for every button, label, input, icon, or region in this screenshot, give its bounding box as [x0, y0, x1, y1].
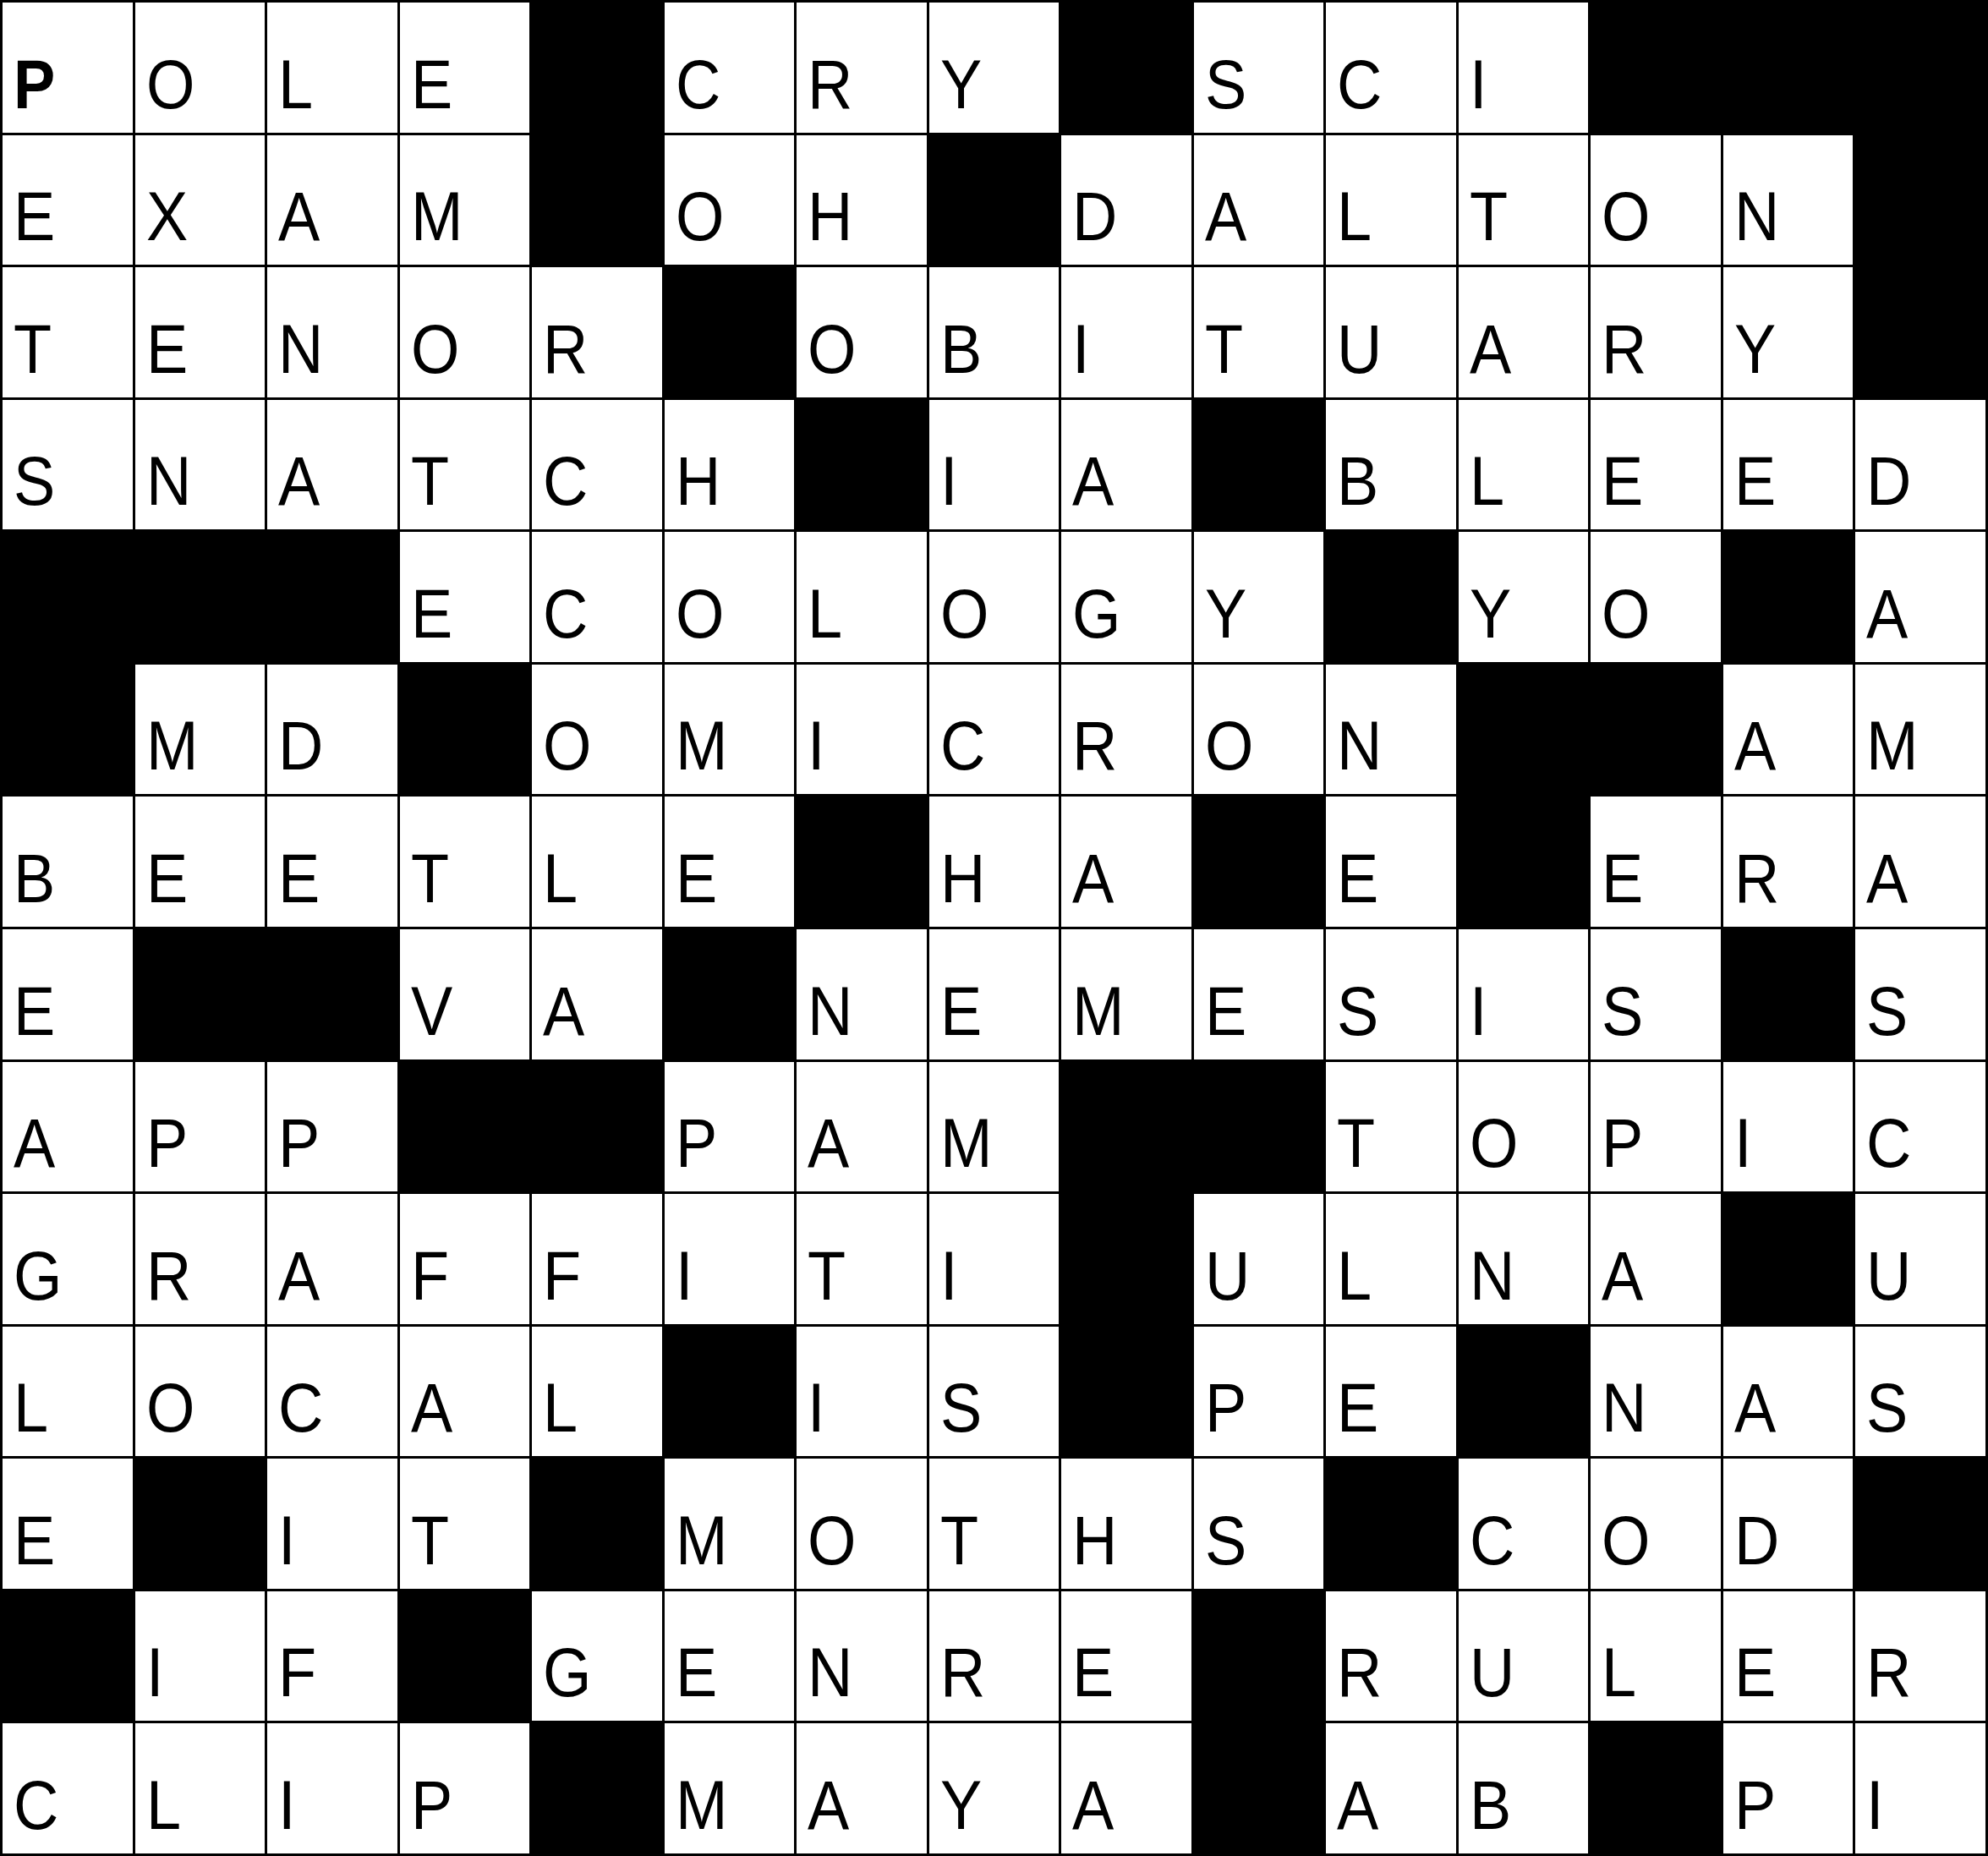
- letter-cell[interactable]: A: [1061, 1723, 1191, 1853]
- cell-letter: O: [543, 711, 591, 780]
- cell-letter: O: [1602, 182, 1650, 251]
- letter-cell[interactable]: D: [1855, 400, 1985, 530]
- letter-cell[interactable]: S: [3, 400, 133, 530]
- cell-letter: S: [940, 1373, 982, 1443]
- letter-cell[interactable]: I: [797, 1327, 927, 1457]
- black-cell: [1591, 3, 1721, 133]
- letter-cell[interactable]: S: [1591, 929, 1721, 1059]
- cell-letter: P: [1734, 1771, 1776, 1840]
- letter-cell[interactable]: L: [1326, 135, 1456, 266]
- letter-cell[interactable]: N: [1459, 1194, 1589, 1324]
- letter-cell[interactable]: P: [3, 3, 133, 133]
- cell-letter: T: [940, 1506, 978, 1575]
- cell-letter: L: [146, 1771, 181, 1840]
- letter-cell[interactable]: C: [532, 400, 662, 530]
- cell-letter: O: [1602, 579, 1650, 649]
- cell-letter: I: [1866, 1771, 1884, 1840]
- letter-cell[interactable]: L: [532, 1327, 662, 1457]
- cell-letter: S: [14, 446, 55, 516]
- cell-letter: M: [1072, 977, 1124, 1046]
- cell-letter: B: [940, 315, 982, 384]
- letter-cell[interactable]: I: [797, 665, 927, 795]
- letter-cell[interactable]: A: [1061, 797, 1191, 927]
- cell-letter: A: [1734, 1373, 1776, 1443]
- letter-cell[interactable]: O: [797, 267, 927, 397]
- letter-cell[interactable]: Y: [929, 3, 1060, 133]
- letter-cell[interactable]: E: [267, 797, 397, 927]
- black-cell: [1194, 1723, 1324, 1853]
- letter-cell[interactable]: L: [797, 532, 927, 662]
- letter-cell[interactable]: F: [400, 1194, 530, 1324]
- black-cell: [3, 1591, 133, 1722]
- black-cell: [929, 135, 1060, 266]
- letter-cell[interactable]: O: [532, 665, 662, 795]
- cell-letter: M: [940, 1109, 992, 1178]
- cell-letter: R: [1602, 315, 1646, 384]
- cell-letter: O: [1470, 1109, 1518, 1178]
- letter-cell[interactable]: A: [267, 1194, 397, 1324]
- letter-cell[interactable]: R: [1855, 1591, 1985, 1722]
- cell-letter: Y: [1470, 579, 1511, 649]
- letter-cell[interactable]: R: [135, 1194, 266, 1324]
- letter-cell[interactable]: O: [1459, 1062, 1589, 1192]
- black-cell: [1194, 797, 1324, 927]
- letter-cell[interactable]: A: [797, 1062, 927, 1192]
- crossword-grid: POLECRYSCIEXAMOHDALTONTENOROBITUARYSNATC…: [0, 0, 1988, 1856]
- cell-letter: L: [543, 1373, 578, 1443]
- black-cell: [532, 3, 662, 133]
- letter-cell[interactable]: I: [267, 1459, 397, 1589]
- letter-cell[interactable]: A: [797, 1723, 927, 1853]
- letter-cell[interactable]: E: [1326, 797, 1456, 927]
- letter-cell[interactable]: A: [1855, 797, 1985, 927]
- letter-cell[interactable]: H: [929, 797, 1060, 927]
- letter-cell[interactable]: F: [532, 1194, 662, 1324]
- letter-cell[interactable]: I: [1061, 267, 1191, 397]
- cell-letter: I: [1470, 977, 1487, 1046]
- cell-letter: M: [676, 711, 727, 780]
- letter-cell[interactable]: I: [1459, 3, 1589, 133]
- letter-cell[interactable]: S: [1326, 929, 1456, 1059]
- cell-letter: L: [1470, 446, 1504, 516]
- black-cell: [267, 929, 397, 1059]
- letter-cell[interactable]: N: [1591, 1327, 1721, 1457]
- cell-letter: X: [146, 182, 188, 251]
- cell-letter: S: [1602, 977, 1643, 1046]
- cell-letter: E: [1734, 1638, 1776, 1707]
- cell-letter: B: [14, 844, 55, 913]
- letter-cell[interactable]: M: [665, 665, 795, 795]
- letter-cell[interactable]: X: [135, 135, 266, 266]
- letter-cell[interactable]: A: [1723, 665, 1854, 795]
- cell-letter: S: [1866, 1373, 1908, 1443]
- letter-cell[interactable]: M: [400, 135, 530, 266]
- letter-cell[interactable]: O: [665, 532, 795, 662]
- letter-cell[interactable]: O: [797, 1459, 927, 1589]
- letter-cell[interactable]: L: [267, 3, 397, 133]
- letter-cell[interactable]: L: [135, 1723, 266, 1853]
- letter-cell[interactable]: O: [665, 135, 795, 266]
- cell-letter: C: [543, 579, 588, 649]
- letter-cell[interactable]: C: [929, 665, 1060, 795]
- letter-cell[interactable]: E: [3, 135, 133, 266]
- letter-cell[interactable]: E: [1591, 797, 1721, 927]
- cell-letter: O: [676, 182, 724, 251]
- letter-cell[interactable]: H: [797, 135, 927, 266]
- letter-cell[interactable]: N: [797, 929, 927, 1059]
- black-cell: [1459, 797, 1589, 927]
- cell-letter: E: [1072, 1638, 1114, 1707]
- letter-cell[interactable]: S: [1855, 1327, 1985, 1457]
- cell-letter: O: [676, 579, 724, 649]
- black-cell: [1061, 1327, 1191, 1457]
- letter-cell[interactable]: A: [1326, 1723, 1456, 1853]
- letter-cell[interactable]: M: [929, 1062, 1060, 1192]
- letter-cell[interactable]: R: [1591, 267, 1721, 397]
- cell-letter: E: [676, 844, 717, 913]
- cell-letter: C: [1337, 50, 1382, 119]
- letter-cell[interactable]: C: [1459, 1459, 1589, 1589]
- letter-cell[interactable]: A: [3, 1062, 133, 1192]
- cell-letter: E: [676, 1638, 717, 1707]
- letter-cell[interactable]: F: [267, 1591, 397, 1722]
- cell-letter: A: [1072, 1771, 1114, 1840]
- black-cell: [665, 929, 795, 1059]
- letter-cell[interactable]: N: [1723, 135, 1854, 266]
- cell-letter: C: [1470, 1506, 1514, 1575]
- letter-cell[interactable]: E: [3, 1459, 133, 1589]
- letter-cell[interactable]: N: [267, 267, 397, 397]
- black-cell: [1723, 532, 1854, 662]
- letter-cell[interactable]: I: [929, 1194, 1060, 1324]
- letter-cell[interactable]: C: [1326, 3, 1456, 133]
- letter-cell[interactable]: E: [135, 797, 266, 927]
- letter-cell[interactable]: L: [3, 1327, 133, 1457]
- letter-cell[interactable]: I: [1855, 1723, 1985, 1853]
- letter-cell[interactable]: U: [1855, 1194, 1985, 1324]
- cell-letter: P: [676, 1109, 717, 1178]
- letter-cell[interactable]: A: [267, 135, 397, 266]
- cell-letter: B: [1470, 1771, 1511, 1840]
- cell-letter: R: [1734, 844, 1779, 913]
- letter-cell[interactable]: L: [1591, 1591, 1721, 1722]
- letter-cell[interactable]: A: [267, 400, 397, 530]
- cell-letter: I: [940, 446, 958, 516]
- cell-letter: E: [14, 1506, 55, 1575]
- cell-letter: A: [543, 977, 584, 1046]
- black-cell: [1591, 1723, 1721, 1853]
- cell-letter: M: [1866, 711, 1918, 780]
- black-cell: [532, 1459, 662, 1589]
- letter-cell[interactable]: P: [1194, 1327, 1324, 1457]
- black-cell: [1194, 400, 1324, 530]
- cell-letter: C: [543, 446, 588, 516]
- cell-letter: N: [808, 1638, 852, 1707]
- letter-cell[interactable]: L: [1459, 400, 1589, 530]
- cell-letter: R: [146, 1241, 191, 1311]
- letter-cell[interactable]: E: [1591, 400, 1721, 530]
- letter-cell[interactable]: M: [135, 665, 266, 795]
- cell-letter: H: [940, 844, 985, 913]
- cell-letter: E: [14, 182, 55, 251]
- letter-cell[interactable]: H: [665, 400, 795, 530]
- black-cell: [665, 267, 795, 397]
- letter-cell[interactable]: B: [3, 797, 133, 927]
- letter-cell[interactable]: M: [1855, 665, 1985, 795]
- letter-cell[interactable]: E: [3, 929, 133, 1059]
- letter-cell[interactable]: P: [400, 1723, 530, 1853]
- letter-cell[interactable]: T: [1459, 135, 1589, 266]
- letter-cell[interactable]: E: [400, 532, 530, 662]
- cell-letter: L: [1337, 182, 1372, 251]
- letter-cell[interactable]: P: [1591, 1062, 1721, 1192]
- cell-letter: L: [808, 579, 842, 649]
- cell-letter: O: [940, 579, 989, 649]
- letter-cell[interactable]: E: [929, 929, 1060, 1059]
- letter-cell[interactable]: T: [400, 400, 530, 530]
- letter-cell[interactable]: O: [1194, 665, 1324, 795]
- letter-cell[interactable]: S: [1194, 1459, 1324, 1589]
- letter-cell[interactable]: L: [1326, 1194, 1456, 1324]
- letter-cell[interactable]: C: [3, 1723, 133, 1853]
- cell-letter: I: [808, 711, 825, 780]
- cell-letter: N: [1602, 1373, 1646, 1443]
- letter-cell[interactable]: M: [665, 1723, 795, 1853]
- letter-cell[interactable]: E: [1723, 400, 1854, 530]
- letter-cell[interactable]: T: [1194, 267, 1324, 397]
- letter-cell[interactable]: P: [135, 1062, 266, 1192]
- cell-letter: R: [543, 315, 588, 384]
- cell-letter: C: [278, 1373, 323, 1443]
- letter-cell[interactable]: R: [1061, 665, 1191, 795]
- cell-letter: E: [278, 844, 320, 913]
- letter-cell[interactable]: T: [1326, 1062, 1456, 1192]
- letter-cell[interactable]: B: [929, 267, 1060, 397]
- letter-cell[interactable]: A: [1723, 1327, 1854, 1457]
- cell-letter: E: [146, 844, 188, 913]
- letter-cell[interactable]: I: [665, 1194, 795, 1324]
- cell-letter: C: [14, 1771, 58, 1840]
- letter-cell[interactable]: E: [1723, 1591, 1854, 1722]
- letter-cell[interactable]: O: [1591, 1459, 1721, 1589]
- letter-cell[interactable]: N: [1326, 665, 1456, 795]
- letter-cell[interactable]: B: [1326, 400, 1456, 530]
- cell-letter: E: [411, 579, 452, 649]
- letter-cell[interactable]: O: [1591, 135, 1721, 266]
- cell-letter: E: [146, 315, 188, 384]
- letter-cell[interactable]: T: [400, 797, 530, 927]
- black-cell: [1855, 3, 1985, 133]
- letter-cell[interactable]: P: [1723, 1723, 1854, 1853]
- cell-letter: L: [1337, 1241, 1372, 1311]
- letter-cell[interactable]: U: [1194, 1194, 1324, 1324]
- letter-cell[interactable]: R: [532, 267, 662, 397]
- letter-cell[interactable]: E: [1061, 1591, 1191, 1722]
- letter-cell[interactable]: C: [532, 532, 662, 662]
- cell-letter: L: [1602, 1638, 1636, 1707]
- letter-cell[interactable]: U: [1459, 1591, 1589, 1722]
- letter-cell[interactable]: A: [400, 1327, 530, 1457]
- letter-cell[interactable]: G: [1061, 532, 1191, 662]
- letter-cell[interactable]: S: [1855, 929, 1985, 1059]
- letter-cell[interactable]: R: [929, 1591, 1060, 1722]
- letter-cell[interactable]: M: [1061, 929, 1191, 1059]
- cell-letter: F: [411, 1241, 449, 1311]
- letter-cell[interactable]: A: [1194, 135, 1324, 266]
- cell-letter: M: [411, 182, 463, 251]
- cell-letter: D: [1734, 1506, 1779, 1575]
- letter-cell[interactable]: P: [267, 1062, 397, 1192]
- cell-letter: A: [1866, 579, 1908, 649]
- cell-letter: C: [940, 711, 985, 780]
- letter-cell[interactable]: U: [1326, 267, 1456, 397]
- letter-cell[interactable]: H: [1061, 1459, 1191, 1589]
- cell-letter: E: [1337, 844, 1378, 913]
- cell-letter: A: [411, 1373, 452, 1443]
- cell-letter: E: [411, 50, 452, 119]
- letter-cell[interactable]: A: [1591, 1194, 1721, 1324]
- black-cell: [1855, 135, 1985, 266]
- letter-cell[interactable]: O: [135, 1327, 266, 1457]
- cell-letter: E: [1602, 446, 1643, 516]
- black-cell: [797, 797, 927, 927]
- letter-cell[interactable]: I: [1459, 929, 1589, 1059]
- black-cell: [1326, 1459, 1456, 1589]
- cell-letter: I: [1470, 50, 1487, 119]
- black-cell: [400, 1062, 530, 1192]
- letter-cell[interactable]: P: [665, 1062, 795, 1192]
- letter-cell[interactable]: G: [3, 1194, 133, 1324]
- letter-cell[interactable]: T: [400, 1459, 530, 1589]
- black-cell: [797, 400, 927, 530]
- cell-letter: G: [14, 1241, 62, 1311]
- black-cell: [1855, 267, 1985, 397]
- letter-cell[interactable]: E: [135, 267, 266, 397]
- letter-cell[interactable]: A: [1061, 400, 1191, 530]
- letter-cell[interactable]: O: [1591, 532, 1721, 662]
- black-cell: [1194, 1591, 1324, 1722]
- letter-cell[interactable]: E: [1194, 929, 1324, 1059]
- letter-cell[interactable]: S: [929, 1327, 1060, 1457]
- cell-letter: E: [1337, 1373, 1378, 1443]
- letter-cell[interactable]: I: [929, 400, 1060, 530]
- letter-cell[interactable]: A: [532, 929, 662, 1059]
- letter-cell[interactable]: D: [1723, 1459, 1854, 1589]
- black-cell: [1061, 1194, 1191, 1324]
- letter-cell[interactable]: I: [1723, 1062, 1854, 1192]
- cell-letter: R: [1072, 711, 1117, 780]
- letter-cell[interactable]: A: [1459, 267, 1589, 397]
- letter-cell[interactable]: I: [135, 1591, 266, 1722]
- cell-letter: A: [1337, 1771, 1378, 1840]
- black-cell: [1591, 665, 1721, 795]
- letter-cell[interactable]: Y: [1194, 532, 1324, 662]
- letter-cell[interactable]: E: [665, 1591, 795, 1722]
- cell-letter: E: [1602, 844, 1643, 913]
- cell-letter: E: [1205, 977, 1246, 1046]
- cell-letter: A: [1734, 711, 1776, 780]
- cell-letter: S: [1205, 1506, 1246, 1575]
- cell-letter: T: [1337, 1109, 1375, 1178]
- letter-cell[interactable]: O: [400, 267, 530, 397]
- cell-letter: U: [1866, 1241, 1911, 1311]
- cell-letter: T: [411, 844, 449, 913]
- letter-cell[interactable]: C: [1855, 1062, 1985, 1192]
- letter-cell[interactable]: G: [532, 1591, 662, 1722]
- cell-letter: D: [1072, 182, 1117, 251]
- cell-letter: N: [146, 446, 191, 516]
- cell-letter: L: [278, 50, 313, 119]
- cell-letter: H: [1072, 1506, 1117, 1575]
- letter-cell[interactable]: R: [797, 3, 927, 133]
- cell-letter: A: [14, 1109, 55, 1178]
- black-cell: [400, 1591, 530, 1722]
- cell-letter: N: [1470, 1241, 1514, 1311]
- letter-cell[interactable]: N: [135, 400, 266, 530]
- cell-letter: I: [1072, 315, 1090, 384]
- letter-cell[interactable]: O: [135, 3, 266, 133]
- letter-cell[interactable]: S: [1194, 3, 1324, 133]
- cell-letter: D: [1866, 446, 1911, 516]
- letter-cell[interactable]: R: [1723, 797, 1854, 927]
- cell-letter: R: [808, 50, 852, 119]
- black-cell: [135, 532, 266, 662]
- black-cell: [135, 1459, 266, 1589]
- letter-cell[interactable]: R: [1326, 1591, 1456, 1722]
- cell-letter: L: [543, 844, 578, 913]
- letter-cell[interactable]: E: [665, 797, 795, 927]
- letter-cell[interactable]: C: [665, 3, 795, 133]
- letter-cell[interactable]: T: [797, 1194, 927, 1324]
- black-cell: [1855, 1459, 1985, 1589]
- cell-letter: U: [1337, 315, 1382, 384]
- letter-cell[interactable]: Y: [929, 1723, 1060, 1853]
- cell-letter: A: [1072, 844, 1114, 913]
- letter-cell[interactable]: B: [1459, 1723, 1589, 1853]
- cell-letter: T: [808, 1241, 846, 1311]
- letter-cell[interactable]: D: [1061, 135, 1191, 266]
- letter-cell[interactable]: E: [1326, 1327, 1456, 1457]
- letter-cell[interactable]: L: [532, 797, 662, 927]
- cell-letter: U: [1205, 1241, 1250, 1311]
- cell-letter: P: [411, 1771, 452, 1840]
- cell-letter: A: [808, 1771, 849, 1840]
- cell-letter: R: [940, 1638, 985, 1707]
- letter-cell[interactable]: T: [3, 267, 133, 397]
- letter-cell[interactable]: E: [400, 3, 530, 133]
- letter-cell[interactable]: O: [929, 532, 1060, 662]
- letter-cell[interactable]: D: [267, 665, 397, 795]
- cell-letter: A: [1602, 1241, 1643, 1311]
- cell-letter: I: [146, 1638, 164, 1707]
- letter-cell[interactable]: T: [929, 1459, 1060, 1589]
- cell-letter: Y: [940, 50, 982, 119]
- cell-letter: M: [676, 1771, 727, 1840]
- cell-letter: I: [1734, 1109, 1752, 1178]
- cell-letter: N: [808, 977, 852, 1046]
- cell-letter: I: [808, 1373, 825, 1443]
- black-cell: [665, 1327, 795, 1457]
- letter-cell[interactable]: A: [1855, 532, 1985, 662]
- black-cell: [532, 1062, 662, 1192]
- letter-cell[interactable]: Y: [1723, 267, 1854, 397]
- letter-cell[interactable]: Y: [1459, 532, 1589, 662]
- letter-cell[interactable]: C: [267, 1327, 397, 1457]
- letter-cell[interactable]: V: [400, 929, 530, 1059]
- letter-cell[interactable]: N: [797, 1591, 927, 1722]
- letter-cell[interactable]: M: [665, 1459, 795, 1589]
- letter-cell[interactable]: I: [267, 1723, 397, 1853]
